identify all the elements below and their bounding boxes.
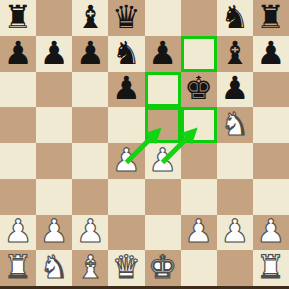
piece-white-rook-h1[interactable]: ♜ <box>257 251 286 283</box>
square-b1[interactable]: ♞ <box>36 250 72 286</box>
piece-black-pawn-e7[interactable]: ♟ <box>148 37 177 69</box>
square-b7[interactable]: ♟ <box>36 36 72 72</box>
square-h7[interactable]: ♟ <box>253 36 289 72</box>
square-f2[interactable]: ♟ <box>181 215 217 251</box>
piece-white-pawn-g2[interactable]: ♟ <box>220 215 249 247</box>
piece-white-pawn-h2[interactable]: ♟ <box>257 215 286 247</box>
square-g8[interactable]: ♞ <box>217 0 253 36</box>
square-c4[interactable] <box>72 143 108 179</box>
square-h6[interactable] <box>253 72 289 108</box>
square-g7[interactable]: ♝ <box>217 36 253 72</box>
square-b3[interactable] <box>36 179 72 215</box>
piece-black-king-f6[interactable]: ♚ <box>184 72 213 104</box>
square-d2[interactable] <box>108 215 144 251</box>
board-squares: ♜♝♛♞♜♟♟♟♞♟♝♟♟♚♟♞♟♟♟♟♟♟♟♟♜♞♝♛♚♜ <box>0 0 289 286</box>
square-c2[interactable]: ♟ <box>72 215 108 251</box>
square-a3[interactable] <box>0 179 36 215</box>
square-h1[interactable]: ♜ <box>253 250 289 286</box>
square-g1[interactable] <box>217 250 253 286</box>
chess-board: ♜♝♛♞♜♟♟♟♞♟♝♟♟♚♟♞♟♟♟♟♟♟♟♟♜♞♝♛♚♜ <box>0 0 289 289</box>
square-a6[interactable] <box>0 72 36 108</box>
piece-white-pawn-f2[interactable]: ♟ <box>184 215 213 247</box>
piece-black-bishop-g7[interactable]: ♝ <box>220 37 249 69</box>
square-h5[interactable] <box>253 107 289 143</box>
square-b8[interactable] <box>36 0 72 36</box>
square-e6[interactable] <box>145 72 181 108</box>
piece-white-queen-d1[interactable]: ♛ <box>112 251 141 283</box>
square-c8[interactable]: ♝ <box>72 0 108 36</box>
square-d8[interactable]: ♛ <box>108 0 144 36</box>
square-e7[interactable]: ♟ <box>145 36 181 72</box>
piece-black-pawn-h7[interactable]: ♟ <box>257 37 286 69</box>
square-e1[interactable]: ♚ <box>145 250 181 286</box>
piece-white-bishop-c1[interactable]: ♝ <box>76 251 105 283</box>
piece-black-rook-h8[interactable]: ♜ <box>257 1 286 33</box>
square-h4[interactable] <box>253 143 289 179</box>
square-a1[interactable]: ♜ <box>0 250 36 286</box>
piece-white-knight-g5[interactable]: ♞ <box>220 108 249 140</box>
piece-black-queen-d8[interactable]: ♛ <box>112 1 141 33</box>
piece-black-knight-g8[interactable]: ♞ <box>220 1 249 33</box>
square-g2[interactable]: ♟ <box>217 215 253 251</box>
piece-black-pawn-g6[interactable]: ♟ <box>220 72 249 104</box>
square-e4[interactable]: ♟ <box>145 143 181 179</box>
square-a8[interactable]: ♜ <box>0 0 36 36</box>
piece-white-king-e1[interactable]: ♚ <box>148 251 177 283</box>
piece-black-pawn-d6[interactable]: ♟ <box>112 72 141 104</box>
piece-white-pawn-b2[interactable]: ♟ <box>40 215 69 247</box>
square-b6[interactable] <box>36 72 72 108</box>
square-d3[interactable] <box>108 179 144 215</box>
square-e3[interactable] <box>145 179 181 215</box>
square-f7[interactable] <box>181 36 217 72</box>
square-d4[interactable]: ♟ <box>108 143 144 179</box>
square-g5[interactable]: ♞ <box>217 107 253 143</box>
square-f1[interactable] <box>181 250 217 286</box>
square-f3[interactable] <box>181 179 217 215</box>
square-f4[interactable] <box>181 143 217 179</box>
square-g4[interactable] <box>217 143 253 179</box>
square-e5[interactable] <box>145 107 181 143</box>
piece-white-pawn-e4[interactable]: ♟ <box>148 144 177 176</box>
square-h3[interactable] <box>253 179 289 215</box>
square-a2[interactable]: ♟ <box>0 215 36 251</box>
square-a7[interactable]: ♟ <box>0 36 36 72</box>
square-a5[interactable] <box>0 107 36 143</box>
piece-white-knight-b1[interactable]: ♞ <box>40 251 69 283</box>
piece-black-rook-a8[interactable]: ♜ <box>4 1 33 33</box>
square-f6[interactable]: ♚ <box>181 72 217 108</box>
square-d5[interactable] <box>108 107 144 143</box>
piece-black-bishop-c8[interactable]: ♝ <box>76 1 105 33</box>
square-h2[interactable]: ♟ <box>253 215 289 251</box>
piece-black-knight-d7[interactable]: ♞ <box>112 37 141 69</box>
square-e2[interactable] <box>145 215 181 251</box>
piece-white-pawn-a2[interactable]: ♟ <box>4 215 33 247</box>
square-g6[interactable]: ♟ <box>217 72 253 108</box>
square-b2[interactable]: ♟ <box>36 215 72 251</box>
square-f5[interactable] <box>181 107 217 143</box>
square-b4[interactable] <box>36 143 72 179</box>
square-c3[interactable] <box>72 179 108 215</box>
square-d1[interactable]: ♛ <box>108 250 144 286</box>
square-c5[interactable] <box>72 107 108 143</box>
square-b5[interactable] <box>36 107 72 143</box>
piece-black-pawn-a7[interactable]: ♟ <box>4 37 33 69</box>
square-c6[interactable] <box>72 72 108 108</box>
piece-black-pawn-b7[interactable]: ♟ <box>40 37 69 69</box>
piece-black-pawn-c7[interactable]: ♟ <box>76 37 105 69</box>
square-c1[interactable]: ♝ <box>72 250 108 286</box>
square-f8[interactable] <box>181 0 217 36</box>
square-a4[interactable] <box>0 143 36 179</box>
square-h8[interactable]: ♜ <box>253 0 289 36</box>
square-d7[interactable]: ♞ <box>108 36 144 72</box>
square-g3[interactable] <box>217 179 253 215</box>
square-d6[interactable]: ♟ <box>108 72 144 108</box>
square-e8[interactable] <box>145 0 181 36</box>
piece-white-pawn-d4[interactable]: ♟ <box>112 144 141 176</box>
piece-white-rook-a1[interactable]: ♜ <box>4 251 33 283</box>
square-c7[interactable]: ♟ <box>72 36 108 72</box>
piece-white-pawn-c2[interactable]: ♟ <box>76 215 105 247</box>
